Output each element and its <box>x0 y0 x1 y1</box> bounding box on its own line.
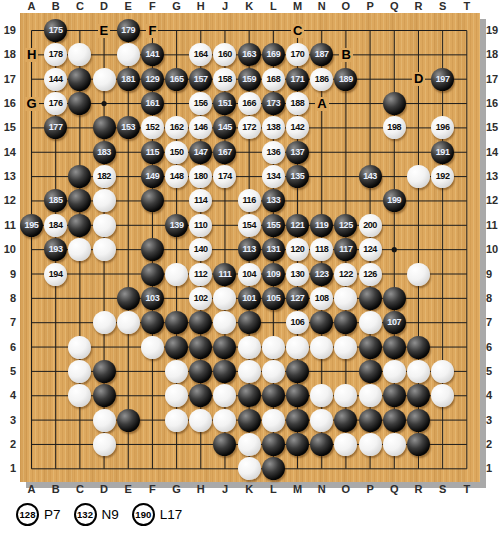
go-kifu-diagram: 1751791781411641601631691701871441811291… <box>0 0 500 537</box>
black-stone-C11 <box>68 214 91 237</box>
white-stone-N8-move-108: 108 <box>310 287 333 310</box>
white-stone-K11-move-154: 154 <box>238 214 261 237</box>
coord-top-K: K <box>240 0 258 13</box>
coord-right-8: 8 <box>486 292 500 305</box>
white-stone-D2 <box>93 433 116 456</box>
coord-left-6: 6 <box>0 341 16 354</box>
white-stone-M9-move-130: 130 <box>286 263 309 286</box>
coord-left-2: 2 <box>0 438 16 451</box>
coord-left-3: 3 <box>0 414 16 427</box>
black-stone-F14-move-115: 115 <box>141 141 164 164</box>
board-letter-B-at-O18: B <box>339 48 352 62</box>
black-stone-L11-move-155: 155 <box>262 214 285 237</box>
white-stone-L17-move-168: 168 <box>262 68 285 91</box>
black-stone-K7 <box>238 311 261 334</box>
white-stone-D10 <box>93 238 116 261</box>
black-stone-L9-move-109: 109 <box>262 263 285 286</box>
coord-top-N: N <box>313 0 331 13</box>
caption-move-stone-132: 132 <box>74 503 97 526</box>
board-letter-D-at-R17: D <box>412 72 425 86</box>
black-stone-Q4 <box>383 384 406 407</box>
white-stone-L3 <box>262 409 285 432</box>
black-stone-D15 <box>93 116 116 139</box>
caption-move-point-128: P7 <box>44 507 61 522</box>
black-stone-M14-move-137: 137 <box>286 141 309 164</box>
black-stone-M5 <box>286 360 309 383</box>
coord-left-13: 13 <box>0 170 16 183</box>
white-stone-E18 <box>117 43 140 66</box>
black-stone-K18-move-163: 163 <box>238 43 261 66</box>
coord-bottom-N: N <box>313 483 331 496</box>
black-stone-N9-move-123: 123 <box>310 263 333 286</box>
caption-move-point-190: L17 <box>160 507 183 522</box>
goban-board[interactable]: 1751791781411641601631691701871441811291… <box>20 13 480 482</box>
coord-right-11: 11 <box>486 219 500 232</box>
black-stone-Q16 <box>383 92 406 115</box>
white-stone-K5 <box>238 360 261 383</box>
coord-top-E: E <box>119 0 137 13</box>
board-letter-F-at-F19: F <box>146 24 158 38</box>
black-stone-H17-move-157: 157 <box>189 68 212 91</box>
coord-left-11: 11 <box>0 219 16 232</box>
coord-top-G: G <box>168 0 186 13</box>
black-stone-F9 <box>141 263 164 286</box>
white-stone-O6 <box>334 336 357 359</box>
coord-left-5: 5 <box>0 365 16 378</box>
black-stone-E3 <box>117 409 140 432</box>
black-stone-P3 <box>359 409 382 432</box>
black-stone-H6 <box>189 336 212 359</box>
white-stone-B9-move-194: 194 <box>44 263 67 286</box>
white-stone-P7 <box>359 311 382 334</box>
white-stone-B11-move-184: 184 <box>44 214 67 237</box>
coord-left-12: 12 <box>0 194 16 207</box>
coord-top-S: S <box>434 0 452 13</box>
coord-right-16: 16 <box>486 97 500 110</box>
black-stone-E8 <box>117 287 140 310</box>
black-stone-K17-move-159: 159 <box>238 68 261 91</box>
board-letter-C-at-M19: C <box>291 24 304 38</box>
black-stone-D4 <box>93 384 116 407</box>
black-stone-H14-move-147: 147 <box>189 141 212 164</box>
black-stone-D14-move-183: 183 <box>93 141 116 164</box>
white-stone-K6 <box>238 336 261 359</box>
caption-move-point-132: N9 <box>102 507 119 522</box>
coord-top-C: C <box>71 0 89 13</box>
white-stone-N17-move-186: 186 <box>310 68 333 91</box>
white-stone-K16-move-166: 166 <box>238 92 261 115</box>
black-stone-P13-move-143: 143 <box>359 165 382 188</box>
coord-left-16: 16 <box>0 97 16 110</box>
black-stone-L2 <box>262 433 285 456</box>
coord-top-J: J <box>216 0 234 13</box>
black-stone-R2 <box>407 433 430 456</box>
board-letter-E-at-D19: E <box>98 24 111 38</box>
white-stone-O9-move-122: 122 <box>334 263 357 286</box>
black-stone-M17-move-171: 171 <box>286 68 309 91</box>
black-stone-N11-move-119: 119 <box>310 214 333 237</box>
coord-top-L: L <box>264 0 282 13</box>
white-stone-F6 <box>141 336 164 359</box>
white-stone-N3 <box>310 409 333 432</box>
white-stone-P2 <box>359 433 382 456</box>
black-stone-G6 <box>165 336 188 359</box>
black-stone-L8-move-105: 105 <box>262 287 285 310</box>
white-stone-N6 <box>310 336 333 359</box>
black-stone-F17-move-129: 129 <box>141 68 164 91</box>
black-stone-K3 <box>238 409 261 432</box>
white-stone-Q5 <box>383 360 406 383</box>
coord-left-7: 7 <box>0 316 16 329</box>
white-stone-L13-move-134: 134 <box>262 165 285 188</box>
coord-right-4: 4 <box>486 389 500 402</box>
coord-bottom-E: E <box>119 483 137 496</box>
black-stone-M3 <box>286 409 309 432</box>
coord-top-D: D <box>95 0 113 13</box>
coord-bottom-O: O <box>337 483 355 496</box>
white-stone-H8-move-102: 102 <box>189 287 212 310</box>
black-stone-G17-move-165: 165 <box>165 68 188 91</box>
coord-left-17: 17 <box>0 73 16 86</box>
black-stone-F7 <box>141 311 164 334</box>
white-stone-D3 <box>93 409 116 432</box>
white-stone-P11-move-200: 200 <box>359 214 382 237</box>
coord-top-Q: Q <box>385 0 403 13</box>
black-stone-L10-move-131: 131 <box>262 238 285 261</box>
black-stone-J9-move-111: 111 <box>213 263 236 286</box>
coord-top-M: M <box>289 0 307 13</box>
coord-left-15: 15 <box>0 121 16 134</box>
black-stone-O3 <box>334 409 357 432</box>
white-stone-H9-move-112: 112 <box>189 263 212 286</box>
white-stone-L14-move-136: 136 <box>262 141 285 164</box>
black-stone-A11-move-195: 195 <box>20 214 43 237</box>
coord-right-13: 13 <box>486 170 500 183</box>
white-stone-G14-move-150: 150 <box>165 141 188 164</box>
coord-right-5: 5 <box>486 365 500 378</box>
white-stone-S5 <box>431 360 454 383</box>
white-stone-H11-move-110: 110 <box>189 214 212 237</box>
white-stone-G3 <box>165 409 188 432</box>
black-stone-L16-move-173: 173 <box>262 92 285 115</box>
white-stone-R13 <box>407 165 430 188</box>
black-stone-F8-move-103: 103 <box>141 287 164 310</box>
black-stone-L4 <box>262 384 285 407</box>
caption: 128 P7 132 N9 190 L17 <box>16 502 195 526</box>
board-letter-G-at-A16: G <box>25 97 39 111</box>
white-stone-P4 <box>359 384 382 407</box>
coord-bottom-J: J <box>216 483 234 496</box>
white-stone-P10-move-124: 124 <box>359 238 382 261</box>
white-stone-R9 <box>407 263 430 286</box>
white-stone-K9-move-104: 104 <box>238 263 261 286</box>
coord-bottom-A: A <box>23 483 41 496</box>
black-stone-S14-move-191: 191 <box>431 141 454 164</box>
coord-right-17: 17 <box>486 73 500 86</box>
white-stone-J3 <box>213 409 236 432</box>
coord-bottom-L: L <box>264 483 282 496</box>
black-stone-E15-move-153: 153 <box>117 116 140 139</box>
white-stone-G5 <box>165 360 188 383</box>
coord-top-B: B <box>47 0 65 13</box>
white-stone-D13-move-182: 182 <box>93 165 116 188</box>
coord-bottom-P: P <box>361 483 379 496</box>
coord-right-7: 7 <box>486 316 500 329</box>
black-stone-F16-move-161: 161 <box>141 92 164 115</box>
coord-left-4: 4 <box>0 389 16 402</box>
coord-bottom-T: T <box>458 483 476 496</box>
black-stone-S17-move-197: 197 <box>431 68 454 91</box>
black-stone-O17-move-189: 189 <box>334 68 357 91</box>
black-stone-N2 <box>310 433 333 456</box>
coord-right-14: 14 <box>486 146 500 159</box>
black-stone-P8 <box>359 287 382 310</box>
white-stone-D12 <box>93 189 116 212</box>
white-stone-Q15-move-198: 198 <box>383 116 406 139</box>
star-point-D16 <box>101 101 106 106</box>
coord-right-9: 9 <box>486 268 500 281</box>
coord-right-10: 10 <box>486 243 500 256</box>
black-stone-M11-move-121: 121 <box>286 214 309 237</box>
black-stone-Q7-move-107: 107 <box>383 311 406 334</box>
coord-top-H: H <box>192 0 210 13</box>
white-stone-C6 <box>68 336 91 359</box>
black-stone-C17 <box>68 68 91 91</box>
white-stone-P9-move-126: 126 <box>359 263 382 286</box>
white-stone-B17-move-144: 144 <box>44 68 67 91</box>
coord-left-10: 10 <box>0 243 16 256</box>
black-stone-P5 <box>359 360 382 383</box>
board-letter-H-at-A18: H <box>25 48 38 62</box>
white-stone-L6 <box>262 336 285 359</box>
coord-right-15: 15 <box>486 121 500 134</box>
black-stone-D5 <box>93 360 116 383</box>
black-stone-R6 <box>407 336 430 359</box>
coord-right-6: 6 <box>486 341 500 354</box>
black-stone-R3 <box>407 409 430 432</box>
black-stone-G11-move-139: 139 <box>165 214 188 237</box>
coord-bottom-S: S <box>434 483 452 496</box>
coord-top-T: T <box>458 0 476 13</box>
coord-bottom-Q: Q <box>385 483 403 496</box>
coord-bottom-R: R <box>409 483 427 496</box>
coord-right-2: 2 <box>486 438 500 451</box>
coord-right-18: 18 <box>486 48 500 61</box>
caption-move-stone-128: 128 <box>16 503 39 526</box>
coord-bottom-F: F <box>143 483 161 496</box>
coord-top-A: A <box>23 0 41 13</box>
coord-left-1: 1 <box>0 462 16 475</box>
black-stone-L1 <box>262 457 285 480</box>
coord-top-P: P <box>361 0 379 13</box>
white-stone-L5 <box>262 360 285 383</box>
black-stone-M8-move-127: 127 <box>286 287 309 310</box>
white-stone-E7 <box>117 311 140 334</box>
white-stone-K2 <box>238 433 261 456</box>
coord-bottom-D: D <box>95 483 113 496</box>
black-stone-J6 <box>213 336 236 359</box>
white-stone-K12-move-116: 116 <box>238 189 261 212</box>
coord-top-O: O <box>337 0 355 13</box>
caption-move-stone-190: 190 <box>132 503 155 526</box>
black-stone-Q8 <box>383 287 406 310</box>
coord-left-8: 8 <box>0 292 16 305</box>
coord-right-19: 19 <box>486 24 500 37</box>
white-stone-K1 <box>238 457 261 480</box>
white-stone-D17 <box>93 68 116 91</box>
black-stone-M13-move-135: 135 <box>286 165 309 188</box>
white-stone-R5 <box>407 360 430 383</box>
coord-left-19: 19 <box>0 24 16 37</box>
coord-bottom-H: H <box>192 483 210 496</box>
white-stone-M16-move-188: 188 <box>286 92 309 115</box>
white-stone-G9 <box>165 263 188 286</box>
black-stone-E19-move-179: 179 <box>117 19 140 42</box>
black-stone-F13-move-149: 149 <box>141 165 164 188</box>
coord-bottom-B: B <box>47 483 65 496</box>
black-stone-Q6 <box>383 336 406 359</box>
coord-bottom-G: G <box>168 483 186 496</box>
coord-right-1: 1 <box>486 462 500 475</box>
white-stone-H3 <box>189 409 212 432</box>
coord-bottom-C: C <box>71 483 89 496</box>
black-stone-P6 <box>359 336 382 359</box>
coord-left-9: 9 <box>0 268 16 281</box>
coord-left-18: 18 <box>0 48 16 61</box>
white-stone-D7 <box>93 311 116 334</box>
coord-top-R: R <box>409 0 427 13</box>
coord-right-3: 3 <box>486 414 500 427</box>
coord-bottom-K: K <box>240 483 258 496</box>
coord-right-12: 12 <box>486 194 500 207</box>
white-stone-K15-move-172: 172 <box>238 116 261 139</box>
white-stone-D11 <box>93 214 116 237</box>
white-stone-M6 <box>286 336 309 359</box>
white-stone-Q2 <box>383 433 406 456</box>
black-stone-K4 <box>238 384 261 407</box>
black-stone-E17-move-181: 181 <box>117 68 140 91</box>
coord-left-14: 14 <box>0 146 16 159</box>
black-stone-F10 <box>141 238 164 261</box>
black-stone-K8-move-101: 101 <box>238 287 261 310</box>
black-stone-Q3 <box>383 409 406 432</box>
board-letter-A-at-N16: A <box>315 97 328 111</box>
black-stone-M2 <box>286 433 309 456</box>
coord-top-F: F <box>143 0 161 13</box>
star-point-Q10 <box>392 247 397 252</box>
black-stone-K10-move-113: 113 <box>238 238 261 261</box>
coord-bottom-M: M <box>289 483 307 496</box>
